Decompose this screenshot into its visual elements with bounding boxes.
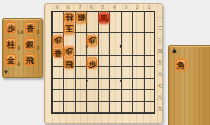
- gote-komadai: 歩14香3桂3銀3金4飛 ▲: [2, 18, 43, 78]
- hand-piece[interactable]: 銀: [25, 38, 35, 49]
- board-grid[interactable]: 桂銀馬玉歩歩香歩飛歩: [51, 11, 155, 114]
- rank-label-6: 六: [156, 68, 164, 79]
- file-label-1: 1: [143, 4, 155, 11]
- hand-piece[interactable]: 桂: [6, 38, 16, 49]
- board-piece-6-3[interactable]: 歩: [87, 35, 97, 46]
- file-labels: 987654321: [51, 4, 155, 11]
- gote-hand-entry-1: 香3: [24, 21, 43, 37]
- hand-piece[interactable]: 歩: [6, 22, 16, 33]
- file-label-6: 6: [86, 4, 98, 11]
- file-label-7: 7: [74, 4, 86, 11]
- file-label-4: 4: [109, 4, 121, 11]
- file-label-9: 9: [51, 4, 63, 11]
- file-label-8: 8: [63, 4, 75, 11]
- hand-piece-count: 3: [36, 45, 39, 51]
- file-label-5: 5: [97, 4, 109, 11]
- star-point: [120, 79, 122, 81]
- star-point: [120, 45, 122, 47]
- sente-komadai: ▲ 角: [168, 45, 210, 125]
- hand-piece-count: 4: [17, 61, 20, 67]
- board-piece-5-1[interactable]: 馬: [99, 12, 109, 23]
- hand-piece[interactable]: 角: [176, 59, 186, 70]
- rank-label-5: 五: [156, 57, 164, 68]
- shogi-diagram: 歩14香3桂3銀3金4飛 ▲ 987654321 一二三四五六七八九 桂銀馬玉歩…: [0, 0, 210, 125]
- rank-label-3: 三: [156, 34, 164, 45]
- board-piece-8-5[interactable]: 飛: [64, 58, 74, 69]
- gote-hand-entry-3: 銀3: [24, 37, 43, 53]
- star-point: [85, 79, 87, 81]
- gote-hand-entry-5: 飛: [24, 53, 43, 69]
- board-piece-9-4[interactable]: 香: [53, 47, 63, 58]
- rank-label-9: 九: [156, 103, 164, 114]
- hand-piece[interactable]: 飛: [25, 54, 35, 65]
- hand-piece-count: 14: [17, 29, 23, 35]
- gote-marker-icon: ▲: [4, 70, 8, 75]
- board-piece-9-3[interactable]: 歩: [53, 35, 63, 46]
- hand-piece[interactable]: 香: [25, 22, 35, 33]
- rank-label-7: 七: [156, 80, 164, 91]
- gote-hand-entry-0: 歩14: [5, 21, 24, 37]
- board-piece-7-1[interactable]: 銀: [76, 12, 86, 23]
- board-piece-8-2[interactable]: 玉: [64, 24, 74, 35]
- board-piece-6-5[interactable]: 歩: [87, 58, 97, 69]
- gote-hand-entry-2: 桂3: [5, 37, 24, 53]
- gote-hand-entry-4: 金4: [5, 53, 24, 69]
- file-label-3: 3: [120, 4, 132, 11]
- rank-label-2: 二: [156, 22, 164, 33]
- hand-piece-count: 3: [36, 29, 39, 35]
- file-label-2: 2: [132, 4, 144, 11]
- rank-label-4: 四: [156, 45, 164, 56]
- sente-marker-icon: ▲: [172, 47, 177, 53]
- rank-label-1: 一: [156, 11, 164, 22]
- board-piece-8-4[interactable]: 歩: [64, 47, 74, 58]
- hand-piece-count: 3: [17, 45, 20, 51]
- rank-labels: 一二三四五六七八九: [156, 11, 164, 114]
- rank-label-8: 八: [156, 91, 164, 102]
- hand-piece[interactable]: 金: [6, 54, 16, 65]
- shogi-board: 987654321 一二三四五六七八九 桂銀馬玉歩歩香歩飛歩: [44, 3, 163, 124]
- board-piece-8-1[interactable]: 桂: [64, 12, 74, 23]
- sente-hand-entry-0: 角: [175, 58, 194, 74]
